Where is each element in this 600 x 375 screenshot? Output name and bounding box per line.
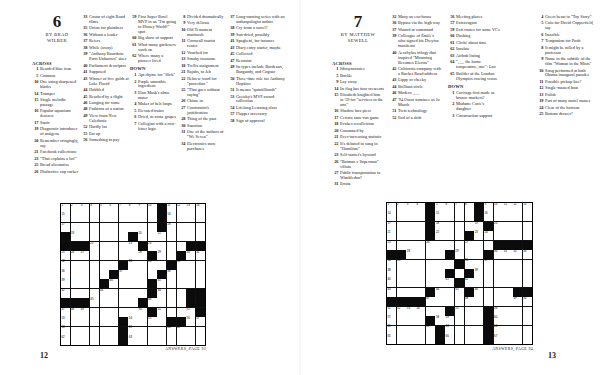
grid-cell[interactable]	[71, 213, 80, 222]
grid-cell[interactable]	[80, 327, 89, 336]
grid-cell[interactable]	[100, 232, 109, 241]
grid-cell[interactable]: 8	[465, 203, 474, 212]
grid-cell[interactable]	[406, 278, 415, 287]
grid-cell[interactable]	[397, 231, 406, 240]
grid-cell[interactable]	[196, 270, 205, 279]
grid-cell[interactable]	[426, 260, 435, 269]
grid-cell[interactable]: 26	[71, 251, 80, 260]
grid-cell[interactable]	[100, 242, 109, 251]
grid-cell[interactable]	[503, 222, 512, 231]
grid-cell[interactable]: 28	[406, 250, 415, 259]
grid-cell[interactable]	[138, 336, 147, 345]
grid-cell[interactable]	[80, 223, 89, 232]
grid-cell[interactable]: 18	[167, 223, 176, 232]
grid-cell[interactable]: 47	[426, 297, 435, 306]
grid-cell[interactable]	[523, 335, 532, 344]
grid-cell[interactable]	[148, 232, 157, 241]
grid-cell[interactable]	[474, 326, 483, 335]
grid-cell[interactable]: 6	[445, 203, 454, 212]
grid-cell[interactable]: 41	[445, 278, 454, 287]
grid-cell[interactable]	[445, 288, 454, 297]
grid-cell[interactable]	[416, 278, 425, 287]
grid-cell[interactable]	[138, 289, 147, 298]
grid-cell[interactable]	[426, 335, 435, 344]
grid-cell[interactable]	[503, 260, 512, 269]
grid-cell[interactable]	[80, 232, 89, 241]
grid-cell[interactable]: 3	[406, 203, 415, 212]
grid-cell[interactable]: 23	[128, 242, 137, 251]
grid-cell[interactable]	[186, 270, 195, 279]
grid-cell[interactable]: 33	[523, 250, 532, 259]
grid-cell[interactable]: 4	[416, 203, 425, 212]
grid-cell[interactable]	[109, 223, 118, 232]
grid-cell[interactable]	[523, 316, 532, 325]
grid-cell[interactable]	[465, 307, 474, 316]
grid-cell[interactable]	[100, 298, 109, 307]
grid-cell[interactable]	[523, 326, 532, 335]
grid-cell[interactable]	[80, 213, 89, 222]
grid-cell[interactable]: 43	[100, 289, 109, 298]
grid-cell[interactable]	[523, 307, 532, 316]
grid-cell[interactable]: 45	[455, 288, 464, 297]
grid-cell[interactable]: 30	[494, 250, 503, 259]
grid-cell[interactable]	[445, 222, 454, 231]
grid-cell[interactable]	[119, 308, 128, 317]
grid-cell[interactable]: 24	[148, 242, 157, 251]
grid-cell[interactable]	[138, 317, 147, 326]
grid-cell[interactable]	[474, 307, 483, 316]
grid-cell[interactable]	[416, 250, 425, 259]
grid-cell[interactable]	[196, 336, 205, 345]
grid-cell[interactable]	[397, 269, 406, 278]
grid-cell[interactable]	[157, 336, 166, 345]
grid-cell[interactable]	[474, 241, 483, 250]
grid-cell[interactable]: 31	[196, 251, 205, 260]
grid-cell[interactable]: 51	[157, 308, 166, 317]
grid-cell[interactable]	[426, 250, 435, 259]
grid-cell[interactable]: 5	[100, 204, 109, 213]
grid-cell[interactable]	[503, 307, 512, 316]
grid-cell[interactable]	[513, 260, 522, 269]
grid-cell[interactable]: 4	[90, 204, 99, 213]
grid-cell[interactable]	[445, 231, 454, 240]
grid-cell[interactable]	[157, 317, 166, 326]
grid-cell[interactable]: 12	[513, 203, 522, 212]
grid-cell[interactable]	[455, 316, 464, 325]
grid-cell[interactable]: 37	[484, 260, 493, 269]
grid-cell[interactable]	[80, 289, 89, 298]
grid-cell[interactable]	[109, 232, 118, 241]
grid-cell[interactable]	[167, 242, 176, 251]
grid-cell[interactable]	[186, 279, 195, 288]
grid-cell[interactable]	[494, 260, 503, 269]
grid-cell[interactable]	[503, 326, 512, 335]
grid-cell[interactable]	[513, 278, 522, 287]
grid-cell[interactable]	[109, 336, 118, 345]
grid-cell[interactable]	[186, 213, 195, 222]
grid-cell[interactable]: 65	[387, 335, 396, 344]
grid-cell[interactable]: 35	[177, 261, 186, 270]
grid-cell[interactable]	[484, 297, 493, 306]
grid-cell[interactable]	[416, 316, 425, 325]
grid-cell[interactable]: 22	[435, 231, 444, 240]
grid-cell[interactable]	[109, 298, 118, 307]
grid-cell[interactable]: 42	[61, 289, 70, 298]
grid-cell[interactable]	[426, 307, 435, 316]
grid-cell[interactable]	[109, 327, 118, 336]
grid-cell[interactable]	[177, 298, 186, 307]
grid-cell[interactable]: 48	[71, 308, 80, 317]
grid-cell[interactable]	[406, 260, 415, 269]
grid-cell[interactable]	[90, 232, 99, 241]
grid-cell[interactable]	[513, 231, 522, 240]
grid-cell[interactable]	[196, 232, 205, 241]
grid-cell[interactable]: 66	[445, 335, 454, 344]
grid-cell[interactable]	[523, 212, 532, 221]
grid-cell[interactable]	[513, 212, 522, 221]
grid-cell[interactable]	[109, 308, 118, 317]
grid-cell[interactable]	[484, 241, 493, 250]
grid-cell[interactable]	[196, 223, 205, 232]
grid-cell[interactable]: 43	[387, 288, 396, 297]
grid-cell[interactable]	[513, 335, 522, 344]
grid-cell[interactable]	[416, 335, 425, 344]
grid-cell[interactable]	[80, 317, 89, 326]
grid-cell[interactable]	[148, 327, 157, 336]
grid-cell[interactable]	[416, 269, 425, 278]
grid-cell[interactable]: 44	[435, 288, 444, 297]
grid-cell[interactable]	[397, 335, 406, 344]
grid-cell[interactable]	[397, 288, 406, 297]
grid-cell[interactable]	[71, 261, 80, 270]
grid-cell[interactable]	[513, 316, 522, 325]
grid-cell[interactable]	[445, 241, 454, 250]
grid-cell[interactable]: 11	[503, 203, 512, 212]
grid-cell[interactable]: 25	[387, 241, 396, 250]
grid-cell[interactable]: 28	[138, 251, 147, 260]
grid-cell[interactable]	[426, 278, 435, 287]
grid-cell[interactable]: 10	[148, 204, 157, 213]
grid-cell[interactable]	[119, 279, 128, 288]
grid-cell[interactable]	[196, 327, 205, 336]
grid-cell[interactable]: 29	[157, 251, 166, 260]
grid-cell[interactable]	[435, 269, 444, 278]
grid-cell[interactable]	[397, 326, 406, 335]
grid-cell[interactable]	[523, 278, 532, 287]
grid-cell[interactable]	[119, 213, 128, 222]
grid-cell[interactable]	[503, 212, 512, 221]
grid-cell[interactable]	[406, 212, 415, 221]
grid-cell[interactable]	[138, 270, 147, 279]
grid-cell[interactable]	[523, 222, 532, 231]
grid-cell[interactable]	[119, 232, 128, 241]
grid-cell[interactable]	[523, 269, 532, 278]
grid-cell[interactable]	[503, 231, 512, 240]
grid-cell[interactable]: 10	[494, 203, 503, 212]
grid-cell[interactable]	[90, 279, 99, 288]
grid-cell[interactable]	[523, 260, 532, 269]
grid-cell[interactable]	[455, 222, 464, 231]
grid-cell[interactable]: 44	[157, 289, 166, 298]
grid-cell[interactable]	[513, 269, 522, 278]
grid-cell[interactable]	[90, 251, 99, 260]
grid-cell[interactable]: 57	[196, 317, 205, 326]
grid-cell[interactable]	[455, 297, 464, 306]
grid-cell[interactable]	[416, 241, 425, 250]
grid-cell[interactable]	[100, 251, 109, 260]
grid-cell[interactable]	[128, 298, 137, 307]
grid-cell[interactable]	[474, 297, 483, 306]
grid-cell[interactable]	[167, 279, 176, 288]
grid-cell[interactable]	[177, 336, 186, 345]
grid-cell[interactable]	[90, 270, 99, 279]
grid-cell[interactable]	[100, 327, 109, 336]
grid-cell[interactable]: 29	[455, 250, 464, 259]
grid-cell[interactable]	[416, 326, 425, 335]
grid-cell[interactable]	[406, 326, 415, 335]
grid-cell[interactable]	[465, 335, 474, 344]
grid-cell[interactable]: 49	[513, 297, 522, 306]
grid-cell[interactable]: 7	[455, 203, 464, 212]
grid-cell[interactable]: 46	[148, 298, 157, 307]
grid-cell[interactable]	[397, 241, 406, 250]
grid-cell[interactable]	[416, 288, 425, 297]
grid-cell[interactable]	[474, 250, 483, 259]
grid-cell[interactable]	[90, 213, 99, 222]
grid-cell[interactable]	[523, 231, 532, 240]
grid-cell[interactable]	[406, 222, 415, 231]
grid-cell[interactable]: 8	[128, 204, 137, 213]
grid-cell[interactable]	[494, 269, 503, 278]
grid-cell[interactable]: 45	[90, 298, 99, 307]
grid-cell[interactable]	[416, 222, 425, 231]
grid-cell[interactable]	[474, 316, 483, 325]
grid-cell[interactable]	[71, 327, 80, 336]
grid-cell[interactable]	[109, 213, 118, 222]
grid-cell[interactable]: 2	[71, 204, 80, 213]
grid-cell[interactable]	[465, 316, 474, 325]
grid-cell[interactable]: 54	[416, 307, 425, 316]
grid-cell[interactable]	[80, 336, 89, 345]
grid-cell[interactable]	[100, 336, 109, 345]
grid-cell[interactable]	[71, 270, 80, 279]
grid-cell[interactable]: 16	[484, 212, 493, 221]
grid-cell[interactable]	[177, 213, 186, 222]
grid-cell[interactable]: 40	[109, 279, 118, 288]
grid-cell[interactable]	[100, 213, 109, 222]
grid-cell[interactable]: 34	[148, 261, 157, 270]
grid-cell[interactable]	[503, 269, 512, 278]
grid-cell[interactable]	[503, 278, 512, 287]
grid-cell[interactable]	[484, 288, 493, 297]
grid-cell[interactable]: 13	[186, 204, 195, 213]
grid-cell[interactable]	[465, 212, 474, 221]
grid-cell[interactable]	[397, 278, 406, 287]
grid-cell[interactable]: 23	[474, 231, 483, 240]
grid-cell[interactable]: 55	[455, 307, 464, 316]
grid-cell[interactable]	[128, 279, 137, 288]
grid-cell[interactable]	[445, 212, 454, 221]
grid-cell[interactable]	[503, 297, 512, 306]
grid-cell[interactable]	[157, 298, 166, 307]
grid-cell[interactable]: 3	[80, 204, 89, 213]
grid-cell[interactable]: 63	[128, 336, 137, 345]
grid-cell[interactable]	[148, 336, 157, 345]
grid-cell[interactable]	[119, 289, 128, 298]
grid-cell[interactable]	[167, 251, 176, 260]
grid-cell[interactable]	[513, 326, 522, 335]
grid-cell[interactable]	[484, 269, 493, 278]
grid-cell[interactable]	[148, 223, 157, 232]
grid-cell[interactable]	[119, 298, 128, 307]
grid-cell[interactable]: 61	[177, 327, 186, 336]
grid-cell[interactable]	[109, 251, 118, 260]
grid-cell[interactable]	[100, 261, 109, 270]
grid-cell[interactable]	[177, 308, 186, 317]
grid-cell[interactable]	[157, 327, 166, 336]
grid-cell[interactable]	[494, 278, 503, 287]
grid-cell[interactable]	[416, 212, 425, 221]
grid-cell[interactable]	[90, 317, 99, 326]
grid-cell[interactable]	[138, 261, 147, 270]
grid-cell[interactable]	[100, 317, 109, 326]
grid-cell[interactable]	[90, 308, 99, 317]
grid-cell[interactable]: 62	[426, 326, 435, 335]
grid-cell[interactable]	[109, 289, 118, 298]
grid-cell[interactable]: 42	[465, 278, 474, 287]
grid-cell[interactable]	[186, 223, 195, 232]
grid-cell[interactable]: 53	[406, 307, 415, 316]
grid-cell[interactable]: 6	[109, 204, 118, 213]
grid-cell[interactable]	[128, 223, 137, 232]
grid-cell[interactable]	[109, 317, 118, 326]
grid-cell[interactable]: 38	[167, 270, 176, 279]
grid-cell[interactable]: 12	[177, 204, 186, 213]
grid-cell[interactable]	[445, 297, 454, 306]
grid-cell[interactable]	[71, 317, 80, 326]
grid-cell[interactable]	[90, 336, 99, 345]
grid-cell[interactable]: 37	[119, 270, 128, 279]
grid-cell[interactable]: 13	[523, 203, 532, 212]
grid-cell[interactable]	[196, 279, 205, 288]
grid-cell[interactable]	[128, 213, 137, 222]
grid-cell[interactable]: 30	[186, 251, 195, 260]
grid-cell[interactable]	[71, 279, 80, 288]
grid-cell[interactable]: 50	[523, 297, 532, 306]
grid-cell[interactable]	[100, 223, 109, 232]
grid-cell[interactable]	[406, 316, 415, 325]
grid-cell[interactable]	[177, 232, 186, 241]
grid-cell[interactable]: 14	[196, 204, 205, 213]
grid-cell[interactable]	[177, 242, 186, 251]
grid-cell[interactable]	[148, 213, 157, 222]
grid-cell[interactable]: 9	[138, 204, 147, 213]
grid-cell[interactable]: 48	[465, 297, 474, 306]
grid-cell[interactable]	[406, 269, 415, 278]
grid-cell[interactable]: 60	[167, 327, 176, 336]
grid-cell[interactable]	[503, 288, 512, 297]
grid-cell[interactable]	[455, 335, 464, 344]
grid-cell[interactable]	[186, 327, 195, 336]
grid-cell[interactable]	[465, 222, 474, 231]
grid-cell[interactable]: 67	[494, 335, 503, 344]
grid-cell[interactable]: 49	[80, 308, 89, 317]
grid-cell[interactable]: 7	[119, 204, 128, 213]
grid-cell[interactable]	[148, 270, 157, 279]
grid-cell[interactable]	[406, 288, 415, 297]
grid-cell[interactable]	[494, 231, 503, 240]
grid-cell[interactable]	[80, 279, 89, 288]
grid-cell[interactable]	[90, 223, 99, 232]
grid-cell[interactable]	[157, 261, 166, 270]
grid-cell[interactable]	[138, 327, 147, 336]
grid-cell[interactable]: 17	[61, 223, 70, 232]
grid-cell[interactable]	[186, 232, 195, 241]
grid-cell[interactable]	[177, 279, 186, 288]
grid-cell[interactable]	[128, 289, 137, 298]
grid-cell[interactable]	[455, 326, 464, 335]
grid-cell[interactable]	[397, 212, 406, 221]
grid-cell[interactable]	[177, 289, 186, 298]
grid-cell[interactable]	[435, 250, 444, 259]
grid-cell[interactable]: 21	[387, 231, 396, 240]
grid-cell[interactable]	[100, 308, 109, 317]
grid-cell[interactable]	[138, 279, 147, 288]
grid-cell[interactable]: 26	[426, 241, 435, 250]
grid-cell[interactable]	[503, 335, 512, 344]
grid-cell[interactable]	[435, 297, 444, 306]
grid-cell[interactable]	[177, 223, 186, 232]
grid-cell[interactable]: 19	[71, 232, 80, 241]
grid-cell[interactable]	[80, 261, 89, 270]
grid-cell[interactable]	[71, 336, 80, 345]
grid-cell[interactable]: 62	[61, 336, 70, 345]
grid-cell[interactable]	[186, 261, 195, 270]
grid-cell[interactable]	[416, 260, 425, 269]
grid-cell[interactable]	[80, 270, 89, 279]
grid-cell[interactable]	[71, 289, 80, 298]
grid-cell[interactable]	[109, 242, 118, 251]
grid-cell[interactable]	[90, 327, 99, 336]
grid-cell[interactable]: 27	[80, 251, 89, 260]
grid-cell[interactable]: 35	[397, 260, 406, 269]
grid-cell[interactable]	[513, 307, 522, 316]
grid-cell[interactable]: 55	[148, 317, 157, 326]
grid-cell[interactable]: 39	[474, 269, 483, 278]
grid-cell[interactable]	[167, 232, 176, 241]
grid-cell[interactable]	[100, 270, 109, 279]
grid-cell[interactable]	[167, 336, 176, 345]
grid-cell[interactable]	[494, 297, 503, 306]
grid-cell[interactable]	[455, 231, 464, 240]
grid-cell[interactable]	[474, 335, 483, 344]
grid-cell[interactable]	[455, 212, 464, 221]
grid-cell[interactable]: 52	[397, 307, 406, 316]
grid-cell[interactable]	[494, 288, 503, 297]
grid-cell[interactable]: 2	[397, 203, 406, 212]
grid-cell[interactable]	[435, 241, 444, 250]
grid-cell[interactable]	[167, 298, 176, 307]
grid-cell[interactable]	[513, 222, 522, 231]
grid-cell[interactable]	[445, 260, 454, 269]
grid-cell[interactable]: 22	[90, 242, 99, 251]
grid-cell[interactable]	[397, 316, 406, 325]
grid-cell[interactable]: 20	[138, 232, 147, 241]
grid-cell[interactable]: 31	[503, 250, 512, 259]
grid-cell[interactable]	[167, 308, 176, 317]
grid-cell[interactable]	[90, 261, 99, 270]
grid-cell[interactable]: 36	[465, 260, 474, 269]
